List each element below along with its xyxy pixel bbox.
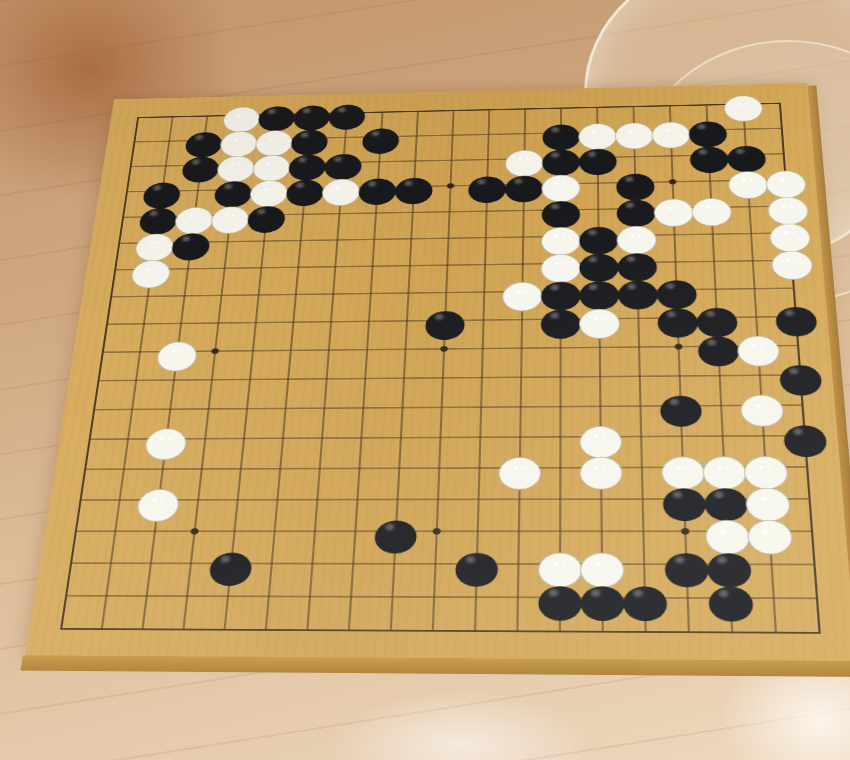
grid-line-horizontal	[99, 375, 801, 381]
black-stone: ●	[620, 573, 671, 626]
grid-line-horizontal	[90, 436, 805, 440]
svg-text:●: ●	[452, 540, 502, 591]
svg-text:●: ●	[152, 331, 202, 376]
svg-text:●: ●	[127, 250, 175, 292]
black-stone: ●	[359, 118, 403, 158]
svg-text:●: ●	[167, 223, 215, 265]
white-stone: ●	[496, 446, 544, 495]
star-point	[447, 183, 454, 188]
white-stone: ●	[132, 478, 184, 527]
svg-text:●: ●	[422, 300, 469, 344]
goban-perspective-wrap: ●●●●●●●●●●●●●●●●●●●●●●●●●●●●●●●●●●●●●●●●…	[25, 83, 850, 661]
black-stone: ●	[704, 574, 757, 627]
star-point	[440, 346, 448, 352]
svg-text:●: ●	[657, 384, 706, 431]
svg-text:●: ●	[205, 540, 257, 591]
svg-text:●: ●	[391, 168, 436, 209]
svg-text:●: ●	[704, 574, 757, 627]
white-stone: ●	[141, 417, 192, 464]
black-stone: ●	[391, 168, 436, 209]
star-point	[669, 179, 676, 184]
go-game-photo: { "game": "go", "board_size": 19, "scene…	[0, 0, 850, 760]
black-stone: ●	[371, 508, 421, 558]
svg-text:●: ●	[132, 478, 184, 527]
black-stone: ●	[205, 540, 257, 591]
star-point	[211, 348, 219, 354]
grid-line-horizontal	[115, 260, 791, 270]
go-board-grid: ●●●●●●●●●●●●●●●●●●●●●●●●●●●●●●●●●●●●●●●●…	[25, 83, 850, 661]
star-point	[675, 344, 683, 350]
white-stone: ●	[577, 445, 625, 494]
white-stone: ●	[688, 188, 734, 230]
svg-text:●: ●	[141, 417, 192, 464]
grid-line-horizontal	[103, 345, 798, 352]
svg-text:●: ●	[768, 240, 817, 284]
star-point	[190, 528, 198, 534]
black-stone: ●	[452, 540, 502, 591]
white-stone: ●	[768, 240, 817, 284]
black-stone: ●	[167, 223, 215, 265]
black-stone: ●	[243, 196, 290, 237]
grid-line-vertical	[433, 111, 454, 631]
svg-text:●: ●	[688, 188, 734, 230]
star-point	[433, 528, 441, 534]
svg-text:●: ●	[620, 573, 671, 626]
black-stone: ●	[422, 300, 469, 344]
white-stone: ●	[577, 298, 623, 343]
black-stone: ●	[657, 384, 706, 431]
svg-text:●: ●	[577, 445, 625, 494]
svg-text:●: ●	[359, 118, 403, 158]
svg-text:●: ●	[577, 298, 623, 343]
white-stone: ●	[152, 331, 202, 376]
star-point	[681, 528, 689, 534]
white-stone: ●	[127, 250, 175, 292]
svg-text:●: ●	[496, 446, 544, 495]
svg-text:●: ●	[243, 196, 290, 237]
svg-text:●: ●	[371, 508, 421, 558]
goban: ●●●●●●●●●●●●●●●●●●●●●●●●●●●●●●●●●●●●●●●●…	[25, 83, 850, 661]
camera-glare-left	[330, 690, 590, 760]
